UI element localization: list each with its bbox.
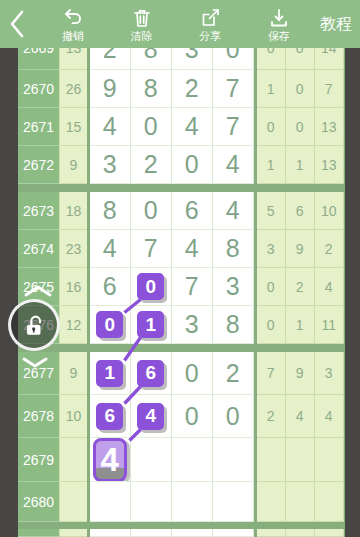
right-stat-cell: 2: [286, 268, 315, 306]
sum-cell: 15: [59, 108, 86, 146]
period-cell: 2678: [18, 395, 59, 438]
undo-icon: [62, 7, 84, 29]
marked-digit-tile[interactable]: 4: [137, 403, 164, 430]
digit-cell[interactable]: [131, 438, 172, 482]
digit-cell[interactable]: 0: [90, 306, 131, 344]
right-stat-cell: 4: [315, 268, 344, 306]
share-icon: [199, 7, 221, 29]
right-stat-cell: 4: [315, 395, 344, 438]
digit-cell[interactable]: 0: [131, 192, 172, 230]
open-padlock-icon: [21, 312, 47, 338]
digit-cell[interactable]: 8: [131, 70, 172, 108]
right-stat-cell: 3: [257, 230, 286, 268]
sum-cell: 9: [59, 352, 86, 395]
right-stat-cell: [286, 529, 315, 537]
digit-cell[interactable]: 4: [90, 108, 131, 146]
sum-cell: 16: [59, 268, 86, 306]
sum-cell: 12: [59, 306, 86, 344]
digit-cell[interactable]: 7: [213, 108, 254, 146]
digit-cell[interactable]: 2: [131, 146, 172, 184]
right-stat-cell: 2: [257, 395, 286, 438]
table-row: 2672932041113: [18, 146, 345, 184]
right-stat-cell: 0: [257, 306, 286, 344]
share-label: 分享: [199, 30, 221, 42]
clear-button[interactable]: 清除: [131, 7, 153, 42]
digit-cell[interactable]: 7: [213, 70, 254, 108]
right-stat-cell: 7: [257, 352, 286, 395]
digit-cell[interactable]: 4: [131, 395, 172, 438]
digit-cell[interactable]: 4: [90, 438, 131, 482]
sum-cell: [59, 482, 86, 522]
digit-cell[interactable]: 3: [213, 268, 254, 306]
sum-cell: 23: [59, 230, 86, 268]
digit-cell[interactable]: [213, 438, 254, 482]
right-stat-cell: 11: [315, 306, 344, 344]
chevron-up-icon[interactable]: [22, 284, 54, 298]
right-stat-cell: 9: [286, 230, 315, 268]
period-cell: [18, 529, 59, 537]
digit-cell[interactable]: 7: [172, 268, 213, 306]
table-row: [18, 529, 345, 537]
right-stat-cell: [257, 529, 286, 537]
table-row: 26794: [18, 438, 345, 482]
table-row: 2674234748392: [18, 230, 345, 268]
table-row: 26691328300014: [18, 48, 345, 70]
undo-button[interactable]: 撤销: [62, 7, 84, 42]
right-stat-cell: [257, 438, 286, 482]
right-stat-cell: 7: [315, 70, 344, 108]
digit-cell[interactable]: 4: [213, 146, 254, 184]
digit-cell[interactable]: 0: [172, 395, 213, 438]
right-stat-cell: 5: [257, 192, 286, 230]
marked-digit-tile[interactable]: 6: [96, 403, 123, 430]
right-stat-cell: 13: [315, 108, 344, 146]
digit-cell[interactable]: 4: [172, 230, 213, 268]
marked-digit-tile[interactable]: 0: [96, 311, 123, 338]
table-row: 2675166073024: [18, 268, 345, 306]
right-stat-cell: 0: [257, 268, 286, 306]
table-row: 2670269827107: [18, 70, 345, 108]
chevron-down-icon[interactable]: [20, 356, 50, 369]
digit-cell[interactable]: [213, 482, 254, 522]
digit-cell[interactable]: 8: [90, 192, 131, 230]
period-cell: 2670: [18, 70, 59, 108]
marked-digit-tile[interactable]: 6: [137, 360, 164, 387]
sum-cell: 13: [59, 48, 86, 70]
sum-cell: [59, 529, 86, 537]
right-stat-cell: 1: [286, 306, 315, 344]
download-icon: [268, 7, 290, 29]
digit-cell[interactable]: 4: [172, 108, 213, 146]
toolbar: 撤销 清除 分享 保存 教程: [0, 0, 360, 48]
lock-widget[interactable]: [8, 299, 60, 351]
digit-cell[interactable]: [172, 438, 213, 482]
digit-cell[interactable]: 0: [172, 146, 213, 184]
save-label: 保存: [268, 30, 290, 42]
digit-cell[interactable]: 2: [172, 70, 213, 108]
right-stat-cell: [315, 482, 344, 522]
digit-cell[interactable]: 0: [131, 108, 172, 146]
sum-cell: 18: [59, 192, 86, 230]
right-stat-cell: [257, 482, 286, 522]
digit-cell[interactable]: [131, 482, 172, 522]
digit-cell[interactable]: 8: [131, 48, 172, 70]
table-row: 2678106400244: [18, 395, 345, 438]
digit-cell[interactable]: 2: [90, 48, 131, 70]
right-stat-cell: 10: [315, 192, 344, 230]
right-stat-cell: 6: [286, 192, 315, 230]
right-stat-cell: 14: [315, 48, 344, 70]
period-cell: 2674: [18, 230, 59, 268]
group-separator: [18, 344, 345, 352]
digit-cell[interactable]: [172, 529, 213, 537]
right-stat-cell: 4: [286, 395, 315, 438]
save-button[interactable]: 保存: [268, 7, 290, 42]
digit-cell[interactable]: 3: [90, 146, 131, 184]
period-cell: 2672: [18, 146, 59, 184]
period-cell: 2669: [18, 48, 59, 70]
trend-board: 2669132830001426702698271072671154047001…: [18, 48, 345, 537]
table-row: 26761201380111: [18, 306, 345, 344]
right-stat-cell: [286, 482, 315, 522]
digit-cell[interactable]: 1: [131, 306, 172, 344]
table-row: 267791602793: [18, 352, 345, 395]
toolbar-actions: 撤销 清除 分享 保存: [62, 2, 290, 46]
right-stat-cell: 0: [286, 70, 315, 108]
digit-cell[interactable]: 0: [172, 352, 213, 395]
digit-cell[interactable]: 8: [213, 230, 254, 268]
period-cell: 2679: [18, 438, 59, 482]
table-row: 26731880645610: [18, 192, 345, 230]
digit-cell[interactable]: 6: [172, 192, 213, 230]
digit-cell[interactable]: 3: [172, 48, 213, 70]
right-stat-cell: 0: [286, 108, 315, 146]
right-stat-cell: 1: [257, 146, 286, 184]
table-row: 2680: [18, 482, 345, 522]
right-stat-cell: [315, 529, 344, 537]
digit-cell[interactable]: 0: [131, 268, 172, 306]
period-cell: 2673: [18, 192, 59, 230]
clear-label: 清除: [131, 30, 153, 42]
sum-cell: 10: [59, 395, 86, 438]
right-stat-cell: 13: [315, 146, 344, 184]
digit-cell[interactable]: 9: [90, 70, 131, 108]
digit-cell[interactable]: 0: [213, 395, 254, 438]
active-input-cell[interactable]: 4: [93, 438, 127, 482]
digit-cell[interactable]: [90, 529, 131, 537]
digit-cell[interactable]: 1: [90, 352, 131, 395]
marked-digit-tile[interactable]: 1: [96, 360, 123, 387]
digit-cell[interactable]: [172, 482, 213, 522]
digit-cell[interactable]: [131, 529, 172, 537]
right-stat-cell: 3: [315, 352, 344, 395]
right-stat-cell: 2: [315, 230, 344, 268]
right-stat-cell: 0: [257, 48, 286, 70]
digit-cell[interactable]: 3: [172, 306, 213, 344]
tutorial-button[interactable]: 教程: [320, 0, 352, 48]
digit-cell[interactable]: 4: [213, 192, 254, 230]
trash-icon: [131, 7, 153, 29]
digit-cell[interactable]: 0: [213, 48, 254, 70]
digit-cell[interactable]: 4: [90, 230, 131, 268]
right-stat-cell: [315, 438, 344, 482]
digit-cell[interactable]: 8: [213, 306, 254, 344]
right-stat-cell: 0: [286, 48, 315, 70]
right-stat-cell: [286, 438, 315, 482]
digit-cell[interactable]: [213, 529, 254, 537]
table-row: 26711540470013: [18, 108, 345, 146]
digit-cell[interactable]: 2: [213, 352, 254, 395]
right-stat-cell: 1: [286, 146, 315, 184]
marked-digit-tile[interactable]: 1: [137, 311, 164, 338]
period-cell: 2671: [18, 108, 59, 146]
digit-cell[interactable]: [90, 482, 131, 522]
sum-cell: 26: [59, 70, 86, 108]
digit-cell[interactable]: 6: [90, 395, 131, 438]
app-screen: 撤销 清除 分享 保存 教程 2669132830001426702698271…: [0, 0, 360, 537]
right-stat-cell: 1: [257, 70, 286, 108]
digit-cell[interactable]: 6: [131, 352, 172, 395]
group-separator: [18, 184, 345, 192]
group-separator: [18, 522, 345, 529]
sum-cell: [59, 438, 86, 482]
back-chevron-icon: [4, 7, 30, 41]
marked-digit-tile[interactable]: 0: [137, 273, 164, 300]
right-stat-cell: 9: [286, 352, 315, 395]
digit-cell[interactable]: 7: [131, 230, 172, 268]
period-cell: 2680: [18, 482, 59, 522]
undo-label: 撤销: [62, 30, 84, 42]
digit-cell[interactable]: 6: [90, 268, 131, 306]
share-button[interactable]: 分享: [199, 7, 221, 42]
right-stat-cell: 0: [257, 108, 286, 146]
back-button[interactable]: [4, 7, 30, 41]
sum-cell: 9: [59, 146, 86, 184]
